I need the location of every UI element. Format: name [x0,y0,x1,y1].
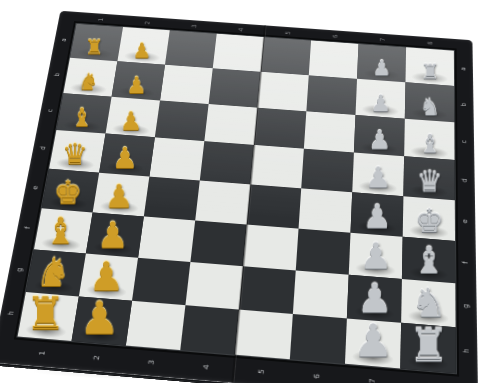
square-h1[interactable]: ♜ [18,291,79,340]
square-b6[interactable] [306,75,357,115]
silver-pawn[interactable]: ♟ [362,199,391,232]
piece-glyph: ♟ [372,58,391,79]
square-e8[interactable]: ♚ [403,195,455,240]
square-c2[interactable]: ♟ [105,97,159,138]
gold-pawn[interactable]: ♟ [79,296,119,341]
silver-pawn[interactable]: ♟ [370,92,391,115]
piece-glyph: ♟ [126,74,147,97]
chess-set-photo: ♜♟♟♜♞♟♟♞♝♟♟♝♛♟♟♛♚♟♟♚♝♟♟♝♞♟♟♞♜♟♟♜ 1234567… [0,0,500,383]
gold-king[interactable]: ♚ [53,175,82,207]
piece-glyph: ♟ [365,162,391,191]
square-h5[interactable] [235,309,293,359]
silver-knight[interactable]: ♞ [419,95,440,118]
square-f2[interactable]: ♟ [86,212,144,257]
gold-pawn[interactable]: ♟ [96,217,128,253]
piece-glyph: ♜ [25,291,65,336]
square-b2[interactable]: ♟ [112,61,165,100]
square-c5[interactable] [254,107,306,148]
square-c3[interactable] [155,100,209,141]
piece-glyph: ♟ [104,179,133,211]
square-d3[interactable] [149,137,204,179]
gold-pawn[interactable]: ♟ [126,74,147,97]
gold-pawn[interactable]: ♟ [132,40,151,61]
square-b1[interactable]: ♞ [63,57,117,96]
square-f6[interactable] [296,228,351,274]
silver-bishop[interactable]: ♝ [418,131,441,157]
piece-glyph: ♟ [352,318,393,363]
silver-pawn[interactable]: ♟ [352,318,393,363]
piece-glyph: ♟ [88,256,124,296]
gold-pawn[interactable]: ♟ [104,179,133,211]
piece-glyph: ♛ [416,166,442,195]
square-d6[interactable] [301,149,354,192]
square-c6[interactable] [304,111,356,152]
square-f4[interactable] [190,220,246,266]
square-a1[interactable]: ♜ [70,23,123,61]
piece-glyph: ♟ [132,40,151,61]
square-f7[interactable]: ♟ [349,232,403,278]
gold-bishop[interactable]: ♝ [70,105,93,130]
silver-bishop[interactable]: ♝ [412,242,445,278]
chess-board-grid: ♜♟♟♜♞♟♟♞♝♟♟♝♛♟♟♛♚♟♟♚♝♟♟♝♞♟♟♞♜♟♟♜ [18,23,456,372]
silver-pawn[interactable]: ♟ [356,278,392,318]
silver-pawn[interactable]: ♟ [365,162,391,191]
piece-glyph: ♟ [356,278,392,318]
square-f5[interactable] [243,224,299,270]
square-b7[interactable]: ♟ [355,78,405,118]
square-e1[interactable]: ♚ [42,168,100,212]
piece-glyph: ♛ [62,139,88,168]
square-d2[interactable]: ♟ [99,133,155,175]
square-d1[interactable]: ♛ [49,130,105,172]
gold-pawn[interactable]: ♟ [119,108,142,133]
piece-glyph: ♝ [418,131,441,157]
square-h3[interactable] [126,300,186,349]
piece-glyph: ♞ [410,282,446,322]
square-b3[interactable] [160,64,213,103]
piece-glyph: ♟ [362,199,391,232]
piece-glyph: ♝ [412,242,445,278]
piece-glyph: ♟ [119,108,142,133]
square-d7[interactable]: ♟ [352,152,404,195]
gold-rook[interactable]: ♜ [85,37,104,58]
square-d4[interactable] [200,141,254,184]
piece-glyph: ♟ [79,296,119,341]
square-f1[interactable]: ♝ [34,208,93,253]
silver-knight[interactable]: ♞ [410,282,446,322]
square-a5[interactable] [261,37,311,75]
gold-pawn[interactable]: ♟ [88,256,124,296]
square-h7[interactable]: ♟ [345,318,401,368]
square-g3[interactable] [132,257,190,304]
piece-glyph: ♟ [112,143,138,172]
piece-glyph: ♜ [408,323,449,369]
square-c4[interactable] [204,104,257,145]
piece-glyph: ♟ [368,127,391,153]
square-a6[interactable] [309,40,359,78]
square-h4[interactable] [180,305,239,355]
gold-rook[interactable]: ♜ [25,291,65,336]
piece-glyph: ♝ [70,105,93,130]
gold-pawn[interactable]: ♟ [112,143,138,172]
square-g4[interactable] [185,261,243,309]
chess-board-frame: ♜♟♟♜♞♟♟♞♝♟♟♝♛♟♟♛♚♟♟♚♝♟♟♝♞♟♟♞♜♟♟♜ 1234567… [0,10,478,383]
gold-bishop[interactable]: ♝ [44,213,76,249]
square-e6[interactable] [299,187,353,231]
square-a2[interactable]: ♟ [117,27,169,65]
piece-glyph: ♜ [420,61,439,82]
silver-queen[interactable]: ♛ [416,166,442,195]
square-a3[interactable] [165,30,217,68]
piece-glyph: ♞ [35,252,71,292]
silver-king[interactable]: ♚ [414,203,443,236]
square-e4[interactable] [195,180,250,224]
square-e5[interactable] [247,183,301,227]
square-g5[interactable] [239,265,296,313]
square-g6[interactable] [293,270,349,318]
square-f8[interactable]: ♝ [402,236,455,283]
square-f3[interactable] [138,216,195,262]
square-e7[interactable]: ♟ [351,191,404,236]
piece-glyph: ♚ [53,175,82,207]
piece-glyph: ♞ [77,70,98,93]
silver-rook[interactable]: ♜ [408,323,449,369]
silver-pawn[interactable]: ♟ [368,127,391,153]
gold-queen[interactable]: ♛ [62,139,88,168]
piece-glyph: ♟ [359,238,392,274]
silver-pawn[interactable]: ♟ [372,58,391,79]
piece-glyph: ♚ [414,203,443,236]
gold-knight[interactable]: ♞ [77,70,98,93]
file-labels-right: abcdefgh [458,51,474,374]
square-b4[interactable] [209,68,261,108]
square-a7[interactable]: ♟ [357,43,406,82]
square-e3[interactable] [144,176,200,220]
piece-glyph: ♝ [44,213,76,249]
silver-rook[interactable]: ♜ [420,61,439,82]
square-a4[interactable] [213,33,264,71]
square-d8[interactable]: ♛ [403,156,454,199]
piece-glyph: ♟ [96,217,128,253]
square-c8[interactable]: ♝ [404,118,454,160]
square-c7[interactable]: ♟ [354,115,405,156]
square-b8[interactable]: ♞ [405,82,454,122]
piece-glyph: ♟ [370,92,391,115]
square-h8[interactable]: ♜ [400,322,456,372]
square-d5[interactable] [250,145,303,188]
square-h6[interactable] [290,313,347,363]
piece-glyph: ♜ [85,37,104,58]
square-c1[interactable]: ♝ [56,93,111,134]
square-b5[interactable] [257,71,308,111]
square-h2[interactable]: ♟ [72,296,133,345]
square-a8[interactable]: ♜ [405,47,454,86]
gold-knight[interactable]: ♞ [35,252,71,292]
square-e2[interactable]: ♟ [93,172,150,216]
piece-glyph: ♞ [419,95,440,118]
silver-pawn[interactable]: ♟ [359,238,392,274]
